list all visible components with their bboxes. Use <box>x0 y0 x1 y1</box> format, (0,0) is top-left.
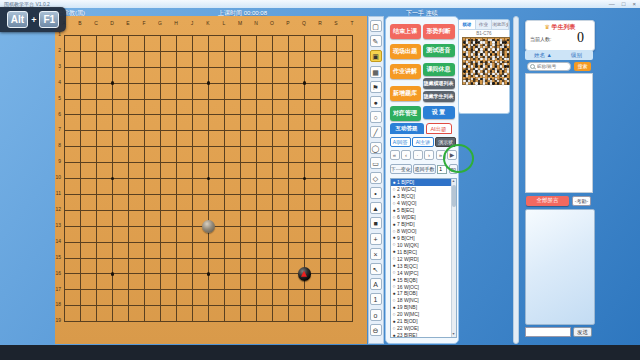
move-text: 23 B[RE] <box>397 332 417 338</box>
white-move-icon: ○ <box>393 256 396 261</box>
column-label: C <box>88 20 104 26</box>
black-move-icon: ● <box>393 194 396 199</box>
next-variation-button[interactable]: 下一变化 <box>390 164 412 174</box>
black-move-icon: ● <box>393 222 396 227</box>
mini-white-stone <box>468 58 470 60</box>
chat-input[interactable] <box>525 327 571 337</box>
column-labels: ABCDEFGHJKLMNOPQRST <box>56 20 360 26</box>
move-list-item[interactable]: ●19 B[NB] <box>391 304 456 311</box>
move-list-item[interactable]: ●23 B[RE] <box>391 332 456 338</box>
white-stone-tool-icon[interactable]: ○ <box>370 111 382 123</box>
move-list-item[interactable]: ○12 W[RD] <box>391 255 456 262</box>
line-tool-icon[interactable]: ╱ <box>370 126 382 138</box>
back-moves-button[interactable]: 退回手数 <box>413 164 435 174</box>
mini-black-stone <box>497 58 499 60</box>
mini-white-stone <box>492 58 494 60</box>
row-label: 8 <box>53 138 61 154</box>
end-class-button[interactable]: 结束上课 <box>390 24 421 39</box>
column-label: J <box>184 20 200 26</box>
nav-button[interactable]: · <box>413 150 423 160</box>
column-label: M <box>232 20 248 26</box>
row-label: 16 <box>53 266 61 282</box>
move-list-item[interactable]: ●15 B[QB] <box>391 276 456 283</box>
move-text: 19 B[NB] <box>397 304 417 310</box>
move-list-item[interactable]: ○14 W[PC] <box>391 269 456 276</box>
scroll-thumb[interactable] <box>452 185 456 207</box>
black-move-icon: ● <box>393 305 396 310</box>
column-label: E <box>120 20 136 26</box>
erase-icon[interactable]: ⊖ <box>370 324 382 336</box>
window-titlebar: 围棋教学平台 V1.0.2 — □ × <box>0 0 640 8</box>
column-label: P <box>280 20 296 26</box>
nav-button[interactable]: ‹ <box>401 150 411 160</box>
column-label: R <box>312 20 328 26</box>
student-search-button[interactable]: 搜索 <box>574 62 591 71</box>
move-list-item[interactable]: ○18 W[NC] <box>391 297 456 304</box>
move-text: 16 W[OC] <box>397 284 419 290</box>
column-label: O <box>264 20 280 26</box>
white-move-icon: ○ <box>393 201 396 206</box>
column-label: F <box>136 20 152 26</box>
trophy-icon: ♛ <box>544 24 549 30</box>
move-text: 2 W[DC] <box>397 186 416 192</box>
move-list-item[interactable]: ○22 W[OE] <box>391 325 456 332</box>
number-mark-icon[interactable]: 1 <box>370 293 382 305</box>
move-text: 20 W[MC] <box>397 311 419 317</box>
black-move-icon: ● <box>393 208 396 213</box>
black-move-icon: ● <box>393 333 396 338</box>
student-list-title: 学生列表 <box>552 24 576 30</box>
mute-all-button[interactable]: 全部禁言 <box>526 196 569 206</box>
row-label: 9 <box>53 154 61 170</box>
move-list-item[interactable]: ●9 B[CH] <box>391 235 456 242</box>
column-label: N <box>248 20 264 26</box>
move-text: 21 B[OD] <box>397 318 418 324</box>
row-label: 19 <box>53 313 61 329</box>
row-label: 3 <box>53 59 61 75</box>
move-list-scrollbar[interactable]: ▲ ▼ <box>451 179 456 337</box>
live-question-button[interactable]: 现场出题 <box>390 44 421 59</box>
panel-splitter[interactable] <box>513 16 519 344</box>
move-text: 8 W[OO] <box>397 228 416 234</box>
flag-icon[interactable]: ⚑ <box>370 81 382 93</box>
position-judge-button[interactable]: 形势判断 <box>423 24 455 39</box>
mini-black-stone <box>504 41 506 43</box>
kifu-panel: 棋谱作业浏览历史 B1-C76 <box>458 19 510 114</box>
row-label: 18 <box>53 297 61 313</box>
move-list-item[interactable]: ●1 B[PD] <box>391 179 456 186</box>
black-stone-tool-icon[interactable]: ● <box>370 96 382 108</box>
square-mark-icon[interactable]: ■ <box>370 217 382 229</box>
move-text: 7 B[HD] <box>397 221 415 227</box>
column-label: Q <box>296 20 312 26</box>
hide-kifu-list-button[interactable]: 隐藏棋谱列表 <box>423 78 455 89</box>
small-o-mark-icon[interactable]: o <box>370 309 382 321</box>
highlight-circle-annotation <box>443 144 474 173</box>
column-label: S <box>328 20 344 26</box>
move-text: 10 W[QK] <box>397 242 419 248</box>
move-text: 5 B[EC] <box>397 207 414 213</box>
mini-black-stone <box>507 82 509 84</box>
board-tool-icon[interactable]: ▣ <box>370 50 382 62</box>
column-label: D <box>104 20 120 26</box>
student-list[interactable] <box>525 73 593 193</box>
black-stone <box>298 267 311 280</box>
column-label: B <box>72 20 88 26</box>
row-label: 17 <box>53 282 61 298</box>
hotkey-overlay-badge: Alt + F1 <box>0 7 66 32</box>
mini-black-stone <box>492 82 494 84</box>
mini-black-stone <box>507 61 509 63</box>
plus-mark-icon[interactable]: + <box>370 233 382 245</box>
move-list-item[interactable]: ●7 B[HD] <box>391 221 456 228</box>
move-list-item[interactable]: ○8 W[OO] <box>391 228 456 235</box>
black-move-icon: ● <box>393 263 396 268</box>
last-move-marker <box>301 271 307 277</box>
move-text: 14 W[PC] <box>397 270 418 276</box>
move-list-item[interactable]: ○16 W[OC] <box>391 283 456 290</box>
move-text: 12 W[RD] <box>397 256 419 262</box>
white-move-icon: ○ <box>393 187 396 192</box>
white-move-icon: ○ <box>393 270 396 275</box>
kifu-tab[interactable]: 棋谱 <box>459 20 476 29</box>
row-label: 12 <box>53 202 61 218</box>
mini-black-stone <box>471 82 473 84</box>
move-text: 17 B[OB] <box>397 290 417 296</box>
mini-black-stone <box>497 82 499 84</box>
move-text: 22 W[OE] <box>397 325 419 331</box>
scroll-down-icon[interactable]: ▼ <box>452 332 456 337</box>
control-panel: 结束上课 现场出题 作业讲解 新增题库 对弈管理 形势判断 测试语音 课间休息 … <box>385 16 459 344</box>
column-label: H <box>168 20 184 26</box>
send-button[interactable]: 发送 <box>573 327 592 337</box>
row-labels: 12345678910111213141516171819 <box>53 27 61 329</box>
mini-white-stone <box>502 82 504 84</box>
star-point <box>111 272 115 276</box>
star-point <box>207 272 211 276</box>
black-move-icon: ● <box>393 319 396 324</box>
move-text: 11 B[RC] <box>397 249 417 255</box>
white-move-icon: ○ <box>393 229 396 234</box>
homework-explain-button[interactable]: 作业讲解 <box>390 64 421 79</box>
student-count-value: 0 <box>577 30 584 46</box>
save-icon[interactable]: ▦ <box>370 66 382 78</box>
settings-button[interactable]: 设 置 <box>423 106 455 119</box>
maximize-button[interactable]: □ <box>622 0 626 8</box>
white-move-icon: ○ <box>393 312 396 317</box>
move-list-item[interactable]: ○4 W[QO] <box>391 200 456 207</box>
move-list[interactable]: ●1 B[PD]○2 W[DC]●3 B[CQ]○4 W[QO]●5 B[EC]… <box>390 178 457 338</box>
alt-key: Alt <box>7 11 28 28</box>
column-label: K <box>200 20 216 26</box>
row-label: 14 <box>53 234 61 250</box>
dot-mark-icon[interactable]: • <box>370 187 382 199</box>
move-list-item[interactable]: ●3 B[CQ] <box>391 193 456 200</box>
mini-white-stone <box>497 48 499 50</box>
mini-white-stone <box>507 44 509 46</box>
mini-white-stone <box>466 82 468 84</box>
nav-button[interactable]: › <box>424 150 434 160</box>
add-question-bank-button[interactable]: 新增题库 <box>390 86 421 101</box>
move-text: 6 W[DE] <box>397 214 416 220</box>
column-label: G <box>152 20 168 26</box>
test-voice-button[interactable]: 测试语音 <box>423 44 455 57</box>
move-text: 1 B[PD] <box>397 179 414 185</box>
column-label: T <box>344 20 360 26</box>
white-move-icon: ○ <box>393 298 396 303</box>
scroll-up-icon[interactable]: ▲ <box>452 179 456 184</box>
row-label: 13 <box>53 218 61 234</box>
row-label: 2 <box>53 43 61 59</box>
f1-key: F1 <box>39 11 59 28</box>
tab-interactive-quiz[interactable]: 互动答题 <box>390 123 424 134</box>
nav-button[interactable]: « <box>390 150 400 160</box>
kifu-caption: B1-C76 <box>459 30 509 37</box>
black-move-icon: ● <box>393 291 396 296</box>
row-label: 7 <box>53 122 61 138</box>
break-button[interactable]: 课间休息 <box>423 63 455 76</box>
student-count-label: 当前人数: <box>530 36 551 42</box>
arrow-mark-icon[interactable]: ↖ <box>370 263 382 275</box>
row-label: 15 <box>53 250 61 266</box>
screen: 围棋教学平台 V1.0.2 — □ × 进阶教(黑) 上课时间 00:00:08… <box>0 0 640 360</box>
kifu-tab[interactable]: 浏览历史 <box>492 20 509 29</box>
row-label: 5 <box>53 91 61 107</box>
mode-button[interactable]: AI主讲 <box>412 137 433 147</box>
edit-pencil-icon[interactable]: ✎ <box>370 35 382 47</box>
move-list-item[interactable]: ●17 B[OB] <box>391 290 456 297</box>
lasso-tool-icon[interactable]: ◇ <box>370 172 382 184</box>
search-icon <box>530 64 535 69</box>
mini-black-stone <box>507 39 509 41</box>
white-move-icon: ○ <box>393 326 396 331</box>
hide-student-list-button[interactable]: 隐藏学生列表 <box>423 91 455 102</box>
move-text: 3 B[CQ] <box>397 193 415 199</box>
sort-by-level[interactable]: 级别 <box>571 50 582 60</box>
mini-black-stone <box>463 70 465 72</box>
mini-black-stone <box>478 82 480 84</box>
column-label: L <box>216 20 232 26</box>
black-move-icon: ● <box>393 249 396 254</box>
new-board-icon[interactable]: ▢ <box>370 20 382 32</box>
black-move-icon: ● <box>393 180 396 185</box>
white-move-icon: ○ <box>393 284 396 289</box>
kifu-mini-board[interactable] <box>462 37 510 85</box>
row-label: 11 <box>53 186 61 202</box>
row-label: 10 <box>53 170 61 186</box>
mode-button[interactable]: AI回答 <box>390 137 411 147</box>
move-list-item[interactable]: ●21 B[OD] <box>391 318 456 325</box>
student-sort-bar: 姓名 ▲ 级别 <box>525 50 593 60</box>
mode-buttons-row: AI回答AI主讲演示状态 <box>390 137 457 147</box>
move-text: 15 B[QB] <box>397 277 417 283</box>
student-count-card: ♛ 学生列表 当前人数: 0 <box>525 20 595 51</box>
move-list-item[interactable]: ●13 B[QC] <box>391 262 456 269</box>
move-list-item[interactable]: ○10 W[QK] <box>391 241 456 248</box>
move-text: 18 W[NC] <box>397 297 419 303</box>
taskbar: 14°C 多云 搜索 ∧ 中 ◠ ◁ ▭ 21:58 2024/6/27 <box>0 345 640 360</box>
black-move-icon: ● <box>393 277 396 282</box>
preview-stone <box>202 220 215 233</box>
black-move-icon: ● <box>393 235 396 240</box>
move-text: 4 W[QO] <box>397 200 416 206</box>
white-move-icon: ○ <box>393 215 396 220</box>
move-list-item[interactable]: ●5 B[EC] <box>391 207 456 214</box>
game-manage-button[interactable]: 对弈管理 <box>390 106 421 121</box>
circle-mark-icon[interactable]: ◯ <box>370 142 382 154</box>
move-list-item[interactable]: ●11 B[RC] <box>391 248 456 255</box>
move-list-item[interactable]: ○6 W[DE] <box>391 214 456 221</box>
letter-mark-icon[interactable]: A <box>370 278 382 290</box>
tab-ai-question[interactable]: AI出题 <box>426 123 452 134</box>
rect-mark-icon[interactable]: ▭ <box>370 157 382 169</box>
board-grid[interactable] <box>64 35 353 322</box>
annotation-toolbar: ▢✎▣▦⚑●○╱◯▭◇•▲■+×↖A1o⊖ <box>368 16 384 344</box>
move-text: 13 B[QC] <box>397 263 418 269</box>
triangle-mark-icon[interactable]: ▲ <box>370 202 382 214</box>
mini-white-stone <box>507 70 509 72</box>
mini-white-stone <box>483 82 485 84</box>
mini-white-stone <box>485 70 487 72</box>
attendance-dropdown[interactable]: -考勤- <box>572 196 591 206</box>
row-label: 6 <box>53 107 61 123</box>
kifu-tab[interactable]: 作业 <box>476 20 493 29</box>
white-move-icon: ○ <box>393 242 396 247</box>
move-list-item[interactable]: ○2 W[DC] <box>391 186 456 193</box>
minimize-button[interactable]: — <box>609 0 615 8</box>
move-list-item[interactable]: ○20 W[MC] <box>391 311 456 318</box>
kifu-tabs: 棋谱作业浏览历史 <box>459 20 509 30</box>
row-label: 4 <box>53 75 61 91</box>
sort-by-name[interactable]: 姓名 ▲ <box>534 50 552 60</box>
move-text: 9 B[CH] <box>397 235 415 241</box>
cross-mark-icon[interactable]: × <box>370 248 382 260</box>
close-button[interactable]: × <box>632 0 636 8</box>
chat-message-area[interactable] <box>525 209 595 325</box>
